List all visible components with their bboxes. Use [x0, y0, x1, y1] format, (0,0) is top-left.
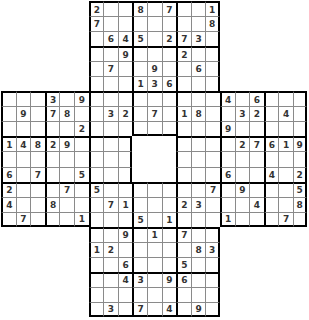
cell-r9-c0-given-1[interactable]: 1 — [1, 136, 16, 151]
cell-r5-c12[interactable] — [176, 76, 191, 91]
cell-r7-c4-given-8[interactable]: 8 — [59, 106, 74, 121]
cell-r16-c18 — [264, 242, 279, 257]
cell-r17-c7[interactable] — [103, 257, 118, 272]
cell-r7-c16-given-3[interactable]: 3 — [235, 106, 250, 121]
cell-r0-c10[interactable] — [147, 1, 162, 16]
cell-r13-c14[interactable] — [205, 197, 220, 212]
cell-r6-c11[interactable] — [162, 91, 177, 106]
cell-r6-c20[interactable] — [293, 91, 308, 106]
cell-r10-c6[interactable] — [89, 151, 104, 166]
cell-r4-c13-given-6[interactable]: 6 — [191, 61, 206, 76]
cell-r19-c6[interactable] — [89, 287, 104, 302]
cell-r2-c17 — [249, 31, 264, 46]
cell-r3-c7[interactable] — [103, 46, 118, 61]
cell-r15-c14[interactable] — [205, 227, 220, 242]
cell-r19-c0 — [1, 287, 16, 302]
cell-r4-c12[interactable] — [176, 61, 191, 76]
cell-r12-c1[interactable] — [16, 182, 31, 197]
cell-r2-c7-given-6[interactable]: 6 — [103, 31, 118, 46]
cell-r8-c7[interactable] — [103, 121, 118, 136]
cell-r5-c13[interactable] — [191, 76, 206, 91]
cell-r11-c17[interactable] — [249, 167, 264, 182]
cell-r14-c12[interactable] — [176, 212, 191, 227]
cell-r12-c9[interactable] — [132, 182, 147, 197]
cell-r4-c1 — [16, 61, 31, 76]
cell-r9-c13[interactable] — [191, 136, 206, 151]
cell-r4-c7-given-7[interactable]: 7 — [103, 61, 118, 76]
cell-r17-c9[interactable] — [132, 257, 147, 272]
cell-r17-c8-given-6[interactable]: 6 — [118, 257, 133, 272]
cell-r19-c14[interactable] — [205, 287, 220, 302]
cell-r20-c12[interactable] — [176, 302, 191, 317]
cell-r11-c7[interactable] — [103, 167, 118, 182]
cell-r10-c5[interactable] — [74, 151, 89, 166]
cell-r16-c12[interactable] — [176, 242, 191, 257]
cell-r17-c10[interactable] — [147, 257, 162, 272]
cell-r0-c12[interactable] — [176, 1, 191, 16]
cell-r13-c13-given-3[interactable]: 3 — [191, 197, 206, 212]
cell-r6-c6[interactable] — [89, 91, 104, 106]
cell-r13-c15[interactable] — [220, 197, 235, 212]
cell-r8-c3[interactable] — [45, 121, 60, 136]
cell-r14-c20[interactable] — [293, 212, 308, 227]
cell-r13-c9[interactable] — [132, 197, 147, 212]
cell-r10-c0[interactable] — [1, 151, 16, 166]
cell-r18-c11-given-9[interactable]: 9 — [162, 272, 177, 287]
cell-r14-c18[interactable] — [264, 212, 279, 227]
cell-r14-c2[interactable] — [30, 212, 45, 227]
cell-r13-c5[interactable] — [74, 197, 89, 212]
cell-r14-c9-given-5[interactable]: 5 — [132, 212, 147, 227]
cell-r14-c1-given-7[interactable]: 7 — [16, 212, 31, 227]
cell-r8-c2[interactable] — [30, 121, 45, 136]
cell-r15-c7[interactable] — [103, 227, 118, 242]
cell-r9-c20-given-9[interactable]: 9 — [293, 136, 308, 151]
cell-r2-c12-given-7[interactable]: 7 — [176, 31, 191, 46]
cell-r20-c13-given-9[interactable]: 9 — [191, 302, 206, 317]
cell-r2-c4 — [59, 31, 74, 46]
cell-r11-c4[interactable] — [59, 167, 74, 182]
cell-r18-c6[interactable] — [89, 272, 104, 287]
cell-r13-c10[interactable] — [147, 197, 162, 212]
cell-r7-c9[interactable] — [132, 106, 147, 121]
cell-r0-c9-given-8[interactable]: 8 — [132, 1, 147, 16]
cell-r6-c15-given-4[interactable]: 4 — [220, 91, 235, 106]
cell-r8-c17[interactable] — [249, 121, 264, 136]
cell-r19-c7[interactable] — [103, 287, 118, 302]
cell-r8-c19[interactable] — [278, 121, 293, 136]
cell-r14-c17[interactable] — [249, 212, 264, 227]
cell-r12-c16-given-9[interactable]: 9 — [235, 182, 250, 197]
cell-r4-c8[interactable] — [118, 61, 133, 76]
cell-r3-c10[interactable] — [147, 46, 162, 61]
cell-r12-c20-given-5[interactable]: 5 — [293, 182, 308, 197]
cell-r13-c11[interactable] — [162, 197, 177, 212]
cell-r20-c7-given-3[interactable]: 3 — [103, 302, 118, 317]
cell-r7-c1-given-9[interactable]: 9 — [16, 106, 31, 121]
cell-r0-c13[interactable] — [191, 1, 206, 16]
cell-r11-c2-given-7[interactable]: 7 — [30, 167, 45, 182]
cell-r11-c16[interactable] — [235, 167, 250, 182]
cell-r10-c18[interactable] — [264, 151, 279, 166]
cell-r15-c10-given-1[interactable]: 1 — [147, 227, 162, 242]
cell-r10-c19[interactable] — [278, 151, 293, 166]
cell-r6-c0[interactable] — [1, 91, 16, 106]
cell-r4-c10-given-9[interactable]: 9 — [147, 61, 162, 76]
cell-r8-c13[interactable] — [191, 121, 206, 136]
cell-r7-c20[interactable] — [293, 106, 308, 121]
cell-r8-c18[interactable] — [264, 121, 279, 136]
cell-r20-c11-given-4[interactable]: 4 — [162, 302, 177, 317]
cell-r3-c9[interactable] — [132, 46, 147, 61]
cell-r1-c13[interactable] — [191, 16, 206, 31]
cell-r11-c20-given-2[interactable]: 2 — [293, 167, 308, 182]
cell-r6-c14[interactable] — [205, 91, 220, 106]
cell-r3-c8-given-9[interactable]: 9 — [118, 46, 133, 61]
cell-r18-c13[interactable] — [191, 272, 206, 287]
cell-r9-c2-given-8[interactable]: 8 — [30, 136, 45, 151]
cell-r13-c18[interactable] — [264, 197, 279, 212]
cell-r9-c18-given-6[interactable]: 6 — [264, 136, 279, 151]
cell-r6-c3-given-3[interactable]: 3 — [45, 91, 60, 106]
cell-r4-c11[interactable] — [162, 61, 177, 76]
cell-r12-c3[interactable] — [45, 182, 60, 197]
cell-r9-c9 — [132, 136, 147, 151]
cell-r18-c10[interactable] — [147, 272, 162, 287]
cell-r10-c7[interactable] — [103, 151, 118, 166]
cell-r7-c0[interactable] — [1, 106, 16, 121]
cell-r14-c8[interactable] — [118, 212, 133, 227]
cell-r13-c3-given-8[interactable]: 8 — [45, 197, 60, 212]
cell-r10-c15[interactable] — [220, 151, 235, 166]
cell-r8-c16[interactable] — [235, 121, 250, 136]
cell-r12-c14-given-7[interactable]: 7 — [205, 182, 220, 197]
cell-r14-c6[interactable] — [89, 212, 104, 227]
cell-r19-c9[interactable] — [132, 287, 147, 302]
cell-r15-c9[interactable] — [132, 227, 147, 242]
cell-r8-c9[interactable] — [132, 121, 147, 136]
cell-r10-c14[interactable] — [205, 151, 220, 166]
cell-r10-c20[interactable] — [293, 151, 308, 166]
cell-r17-c14[interactable] — [205, 257, 220, 272]
cell-r3-c6[interactable] — [89, 46, 104, 61]
cell-r13-c19[interactable] — [278, 197, 293, 212]
cell-r17-c6[interactable] — [89, 257, 104, 272]
cell-r12-c2[interactable] — [30, 182, 45, 197]
cell-r2-c9-given-5[interactable]: 5 — [132, 31, 147, 46]
cell-r11-c15-given-6[interactable]: 6 — [220, 167, 235, 182]
cell-r3-c12-given-2[interactable]: 2 — [176, 46, 191, 61]
cell-r12-c5[interactable] — [74, 182, 89, 197]
cell-r4-c3 — [45, 61, 60, 76]
cell-r9-c12[interactable] — [176, 136, 191, 151]
cell-r12-c11[interactable] — [162, 182, 177, 197]
cell-r9-c4-given-9[interactable]: 9 — [59, 136, 74, 151]
cell-r13-c2[interactable] — [30, 197, 45, 212]
cell-r16-c8[interactable] — [118, 242, 133, 257]
cell-r9-c17-given-7[interactable]: 7 — [249, 136, 264, 151]
cell-r8-c14[interactable] — [205, 121, 220, 136]
cell-r16-c10[interactable] — [147, 242, 162, 257]
cell-r1-c2 — [30, 16, 45, 31]
cell-r14-c14[interactable] — [205, 212, 220, 227]
cell-r17-c13[interactable] — [191, 257, 206, 272]
cell-r13-c4[interactable] — [59, 197, 74, 212]
cell-r0-c7[interactable] — [103, 1, 118, 16]
cell-r0-c11-given-7[interactable]: 7 — [162, 1, 177, 16]
cell-r12-c0-given-2[interactable]: 2 — [1, 182, 16, 197]
cell-r9-c14[interactable] — [205, 136, 220, 151]
cell-r5-c11-given-6[interactable]: 6 — [162, 76, 177, 91]
cell-r9-c6[interactable] — [89, 136, 104, 151]
cell-r10-c13[interactable] — [191, 151, 206, 166]
cell-r9-c5[interactable] — [74, 136, 89, 151]
cell-r11-c6[interactable] — [89, 167, 104, 182]
cell-r6-c8[interactable] — [118, 91, 133, 106]
cell-r13-c7-given-7[interactable]: 7 — [103, 197, 118, 212]
cell-r8-c4[interactable] — [59, 121, 74, 136]
cell-r20-c9-given-7[interactable]: 7 — [132, 302, 147, 317]
cell-r9-c1-given-4[interactable]: 4 — [16, 136, 31, 151]
cell-r12-c18[interactable] — [264, 182, 279, 197]
cell-r10-c16[interactable] — [235, 151, 250, 166]
cell-r15-c13[interactable] — [191, 227, 206, 242]
cell-r2-c6[interactable] — [89, 31, 104, 46]
cell-r6-c10[interactable] — [147, 91, 162, 106]
cell-r18-c9-given-3[interactable]: 3 — [132, 272, 147, 287]
cell-r10-c8[interactable] — [118, 151, 133, 166]
cell-r15-c3 — [45, 227, 60, 242]
cell-r11-c5-given-5[interactable]: 5 — [74, 167, 89, 182]
cell-r6-c5-given-9[interactable]: 9 — [74, 91, 89, 106]
cell-r14-c10[interactable] — [147, 212, 162, 227]
cell-r8-c11[interactable] — [162, 121, 177, 136]
cell-r13-c0-given-4[interactable]: 4 — [1, 197, 16, 212]
cell-r7-c14[interactable] — [205, 106, 220, 121]
cell-r16-c13-given-8[interactable]: 8 — [191, 242, 206, 257]
cell-r14-c16[interactable] — [235, 212, 250, 227]
cell-r6-c17-given-6[interactable]: 6 — [249, 91, 264, 106]
cell-r12-c17[interactable] — [249, 182, 264, 197]
cell-r13-c16[interactable] — [235, 197, 250, 212]
cell-r14-c11-given-1[interactable]: 1 — [162, 212, 177, 227]
cell-r8-c0[interactable] — [1, 121, 16, 136]
cell-r14-c19-given-7[interactable]: 7 — [278, 212, 293, 227]
cell-r13-c1[interactable] — [16, 197, 31, 212]
cell-r1-c8[interactable] — [118, 16, 133, 31]
cell-r5-c8[interactable] — [118, 76, 133, 91]
cell-r10-c12[interactable] — [176, 151, 191, 166]
cell-r12-c10[interactable] — [147, 182, 162, 197]
cell-r6-c13[interactable] — [191, 91, 206, 106]
cell-r12-c13[interactable] — [191, 182, 206, 197]
cell-r6-c4[interactable] — [59, 91, 74, 106]
cell-r6-c1[interactable] — [16, 91, 31, 106]
cell-r4-c14[interactable] — [205, 61, 220, 76]
cell-r7-c13-given-8[interactable]: 8 — [191, 106, 206, 121]
cell-r15-c8-given-9[interactable]: 9 — [118, 227, 133, 242]
cell-r6-c19[interactable] — [278, 91, 293, 106]
cell-r14-c13[interactable] — [191, 212, 206, 227]
cell-r8-c5-given-2[interactable]: 2 — [74, 121, 89, 136]
cell-r11-c3[interactable] — [45, 167, 60, 182]
cell-r9-c19-given-1[interactable]: 1 — [278, 136, 293, 151]
cell-r7-c11[interactable] — [162, 106, 177, 121]
cell-r13-c17-given-4[interactable]: 4 — [249, 197, 264, 212]
cell-r14-c4[interactable] — [59, 212, 74, 227]
cell-r17-c12-given-5[interactable]: 5 — [176, 257, 191, 272]
cell-r20-c14[interactable] — [205, 302, 220, 317]
cell-r1-c14-given-8[interactable]: 8 — [205, 16, 220, 31]
cell-r19-c11[interactable] — [162, 287, 177, 302]
cell-r13-c12-given-2[interactable]: 2 — [176, 197, 191, 212]
cell-r4-c19 — [278, 61, 293, 76]
cell-r9-c3-given-2[interactable]: 2 — [45, 136, 60, 151]
cell-r18-c8-given-4[interactable]: 4 — [118, 272, 133, 287]
cell-r0-c6-given-2[interactable]: 2 — [89, 1, 104, 16]
cell-r8-c20[interactable] — [293, 121, 308, 136]
cell-r16-c7-given-2[interactable]: 2 — [103, 242, 118, 257]
cell-r1-c7[interactable] — [103, 16, 118, 31]
cell-r3-c11[interactable] — [162, 46, 177, 61]
cell-r19-c13[interactable] — [191, 287, 206, 302]
cell-r20-c8[interactable] — [118, 302, 133, 317]
cell-r10-c2[interactable] — [30, 151, 45, 166]
cell-r16-c9[interactable] — [132, 242, 147, 257]
cell-r12-c12[interactable] — [176, 182, 191, 197]
cell-r8-c12[interactable] — [176, 121, 191, 136]
cell-r14-c0[interactable] — [1, 212, 16, 227]
cell-r11-c12[interactable] — [176, 167, 191, 182]
cell-r2-c13-given-3[interactable]: 3 — [191, 31, 206, 46]
cell-r6-c9[interactable] — [132, 91, 147, 106]
cell-r7-c10-given-7[interactable]: 7 — [147, 106, 162, 121]
cell-r11-c0-given-6[interactable]: 6 — [1, 167, 16, 182]
cell-r5-c7[interactable] — [103, 76, 118, 91]
cell-r12-c4-given-7[interactable]: 7 — [59, 182, 74, 197]
cell-r7-c5[interactable] — [74, 106, 89, 121]
cell-r16-c14-given-3[interactable]: 3 — [205, 242, 220, 257]
cell-r5-c6[interactable] — [89, 76, 104, 91]
cell-r14-c3[interactable] — [45, 212, 60, 227]
cell-r1-c11[interactable] — [162, 16, 177, 31]
cell-r16-c16 — [235, 242, 250, 257]
cell-r9-c15[interactable] — [220, 136, 235, 151]
cell-r18-c14[interactable] — [205, 272, 220, 287]
cell-r0-c8[interactable] — [118, 1, 133, 16]
cell-r10-c3[interactable] — [45, 151, 60, 166]
cell-r8-c1[interactable] — [16, 121, 31, 136]
cell-r6-c18[interactable] — [264, 91, 279, 106]
cell-r7-c3-given-7[interactable]: 7 — [45, 106, 60, 121]
cell-r2-c10[interactable] — [147, 31, 162, 46]
cell-r7-c18[interactable] — [264, 106, 279, 121]
cell-r16-c11[interactable] — [162, 242, 177, 257]
cell-r9-c7[interactable] — [103, 136, 118, 151]
cell-r6-c16[interactable] — [235, 91, 250, 106]
cell-r14-c7[interactable] — [103, 212, 118, 227]
cell-r3-c13[interactable] — [191, 46, 206, 61]
cell-r1-c6-given-7[interactable]: 7 — [89, 16, 104, 31]
cell-r12-c8[interactable] — [118, 182, 133, 197]
cell-r1-c12[interactable] — [176, 16, 191, 31]
cell-r10-c17[interactable] — [249, 151, 264, 166]
cell-r7-c15[interactable] — [220, 106, 235, 121]
cell-r13-c6[interactable] — [89, 197, 104, 212]
cell-r7-c2[interactable] — [30, 106, 45, 121]
cell-r19-c8[interactable] — [118, 287, 133, 302]
cell-r2-c11-given-2[interactable]: 2 — [162, 31, 177, 46]
cell-r12-c7[interactable] — [103, 182, 118, 197]
cell-r8-c10[interactable] — [147, 121, 162, 136]
cell-r12-c19[interactable] — [278, 182, 293, 197]
cell-r9-c8[interactable] — [118, 136, 133, 151]
cell-r5-c9-given-1[interactable]: 1 — [132, 76, 147, 91]
cell-r1-c9[interactable] — [132, 16, 147, 31]
cell-r19-c12[interactable] — [176, 287, 191, 302]
cell-r4-c6[interactable] — [89, 61, 104, 76]
cell-r7-c7-given-3[interactable]: 3 — [103, 106, 118, 121]
cell-r7-c17-given-2[interactable]: 2 — [249, 106, 264, 121]
cell-r8-c8[interactable] — [118, 121, 133, 136]
cell-r16-c6-given-1[interactable]: 1 — [89, 242, 104, 257]
cell-r13-c8-given-1[interactable]: 1 — [118, 197, 133, 212]
cell-r20-c6[interactable] — [89, 302, 104, 317]
cell-r7-c6[interactable] — [89, 106, 104, 121]
cell-r10-c1[interactable] — [16, 151, 31, 166]
cell-r7-c8-given-2[interactable]: 2 — [118, 106, 133, 121]
cell-r7-c19-given-4[interactable]: 4 — [278, 106, 293, 121]
cell-r6-c2[interactable] — [30, 91, 45, 106]
cell-r11-c18-given-4[interactable]: 4 — [264, 167, 279, 182]
cell-r0-c14-given-1[interactable]: 1 — [205, 1, 220, 16]
cell-r6-c7[interactable] — [103, 91, 118, 106]
cell-r3-c14[interactable] — [205, 46, 220, 61]
cell-r19-c10[interactable] — [147, 287, 162, 302]
cell-r11-c13[interactable] — [191, 167, 206, 182]
cell-r2-c8-given-4[interactable]: 4 — [118, 31, 133, 46]
cell-r2-c14[interactable] — [205, 31, 220, 46]
cell-r13-c20-given-8[interactable]: 8 — [293, 197, 308, 212]
cell-r12-c15[interactable] — [220, 182, 235, 197]
cell-r10-c4[interactable] — [59, 151, 74, 166]
cell-r8-c15-given-9[interactable]: 9 — [220, 121, 235, 136]
cell-r15-c6[interactable] — [89, 227, 104, 242]
cell-r11-c8[interactable] — [118, 167, 133, 182]
cell-r5-c14[interactable] — [205, 76, 220, 91]
cell-r14-c5-given-1[interactable]: 1 — [74, 212, 89, 227]
cell-r15-c11[interactable] — [162, 227, 177, 242]
cell-r17-c16 — [235, 257, 250, 272]
cell-r4-c9[interactable] — [132, 61, 147, 76]
cell-r6-c12[interactable] — [176, 91, 191, 106]
cell-r17-c11[interactable] — [162, 257, 177, 272]
cell-r14-c15-given-1[interactable]: 1 — [220, 212, 235, 227]
cell-r8-c6[interactable] — [89, 121, 104, 136]
cell-r11-c19[interactable] — [278, 167, 293, 182]
cell-r9-c16-given-2[interactable]: 2 — [235, 136, 250, 151]
cell-r5-c10-given-3[interactable]: 3 — [147, 76, 162, 91]
cell-r1-c10[interactable] — [147, 16, 162, 31]
cell-r7-c12-given-1[interactable]: 1 — [176, 106, 191, 121]
cell-r18-c7[interactable] — [103, 272, 118, 287]
cell-r15-c12-given-7[interactable]: 7 — [176, 227, 191, 242]
cell-r11-c1[interactable] — [16, 167, 31, 182]
cell-r11-c14[interactable] — [205, 167, 220, 182]
cell-r20-c10[interactable] — [147, 302, 162, 317]
cell-r18-c12-given-6[interactable]: 6 — [176, 272, 191, 287]
cell-r12-c6-given-5[interactable]: 5 — [89, 182, 104, 197]
